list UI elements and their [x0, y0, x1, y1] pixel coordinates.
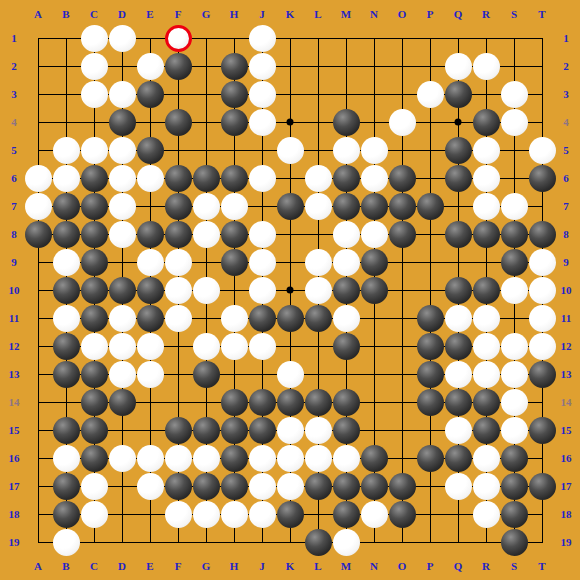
intersection-R4[interactable] [472, 108, 500, 136]
intersection-P6[interactable] [416, 164, 444, 192]
intersection-K19[interactable] [276, 528, 304, 556]
intersection-J18[interactable] [248, 500, 276, 528]
intersection-D8[interactable] [108, 220, 136, 248]
intersection-F2[interactable] [164, 52, 192, 80]
intersection-L4[interactable] [304, 108, 332, 136]
intersection-N10[interactable] [360, 276, 388, 304]
intersection-P3[interactable] [416, 80, 444, 108]
intersection-B19[interactable] [52, 528, 80, 556]
intersection-S5[interactable] [500, 136, 528, 164]
intersection-J9[interactable] [248, 248, 276, 276]
intersection-J19[interactable] [248, 528, 276, 556]
intersection-B14[interactable] [52, 388, 80, 416]
intersection-M12[interactable] [332, 332, 360, 360]
intersection-O4[interactable] [388, 108, 416, 136]
intersection-B7[interactable] [52, 192, 80, 220]
intersection-O18[interactable] [388, 500, 416, 528]
intersection-P1[interactable] [416, 24, 444, 52]
intersection-D1[interactable] [108, 24, 136, 52]
intersection-G10[interactable] [192, 276, 220, 304]
intersection-K8[interactable] [276, 220, 304, 248]
intersection-G17[interactable] [192, 472, 220, 500]
intersection-H11[interactable] [220, 304, 248, 332]
intersection-F5[interactable] [164, 136, 192, 164]
intersection-K10[interactable] [276, 276, 304, 304]
intersection-F4[interactable] [164, 108, 192, 136]
intersection-T17[interactable] [528, 472, 556, 500]
intersection-H19[interactable] [220, 528, 248, 556]
intersection-A13[interactable] [24, 360, 52, 388]
intersection-R12[interactable] [472, 332, 500, 360]
intersection-T14[interactable] [528, 388, 556, 416]
intersection-F9[interactable] [164, 248, 192, 276]
intersection-C6[interactable] [80, 164, 108, 192]
intersection-K14[interactable] [276, 388, 304, 416]
intersection-N5[interactable] [360, 136, 388, 164]
intersection-T10[interactable] [528, 276, 556, 304]
intersection-A11[interactable] [24, 304, 52, 332]
intersection-E14[interactable] [136, 388, 164, 416]
intersection-P19[interactable] [416, 528, 444, 556]
intersection-L5[interactable] [304, 136, 332, 164]
intersection-A7[interactable] [24, 192, 52, 220]
intersection-S6[interactable] [500, 164, 528, 192]
intersection-S7[interactable] [500, 192, 528, 220]
intersection-O2[interactable] [388, 52, 416, 80]
intersection-O6[interactable] [388, 164, 416, 192]
intersection-T7[interactable] [528, 192, 556, 220]
intersection-M17[interactable] [332, 472, 360, 500]
intersection-P16[interactable] [416, 444, 444, 472]
intersection-F15[interactable] [164, 416, 192, 444]
intersection-E2[interactable] [136, 52, 164, 80]
intersection-A12[interactable] [24, 332, 52, 360]
intersection-P15[interactable] [416, 416, 444, 444]
intersection-E5[interactable] [136, 136, 164, 164]
intersection-H6[interactable] [220, 164, 248, 192]
intersection-E15[interactable] [136, 416, 164, 444]
intersection-O15[interactable] [388, 416, 416, 444]
intersection-Q6[interactable] [444, 164, 472, 192]
intersection-J4[interactable] [248, 108, 276, 136]
intersection-F17[interactable] [164, 472, 192, 500]
intersection-Q11[interactable] [444, 304, 472, 332]
intersection-E18[interactable] [136, 500, 164, 528]
intersection-K3[interactable] [276, 80, 304, 108]
intersection-F16[interactable] [164, 444, 192, 472]
intersection-N13[interactable] [360, 360, 388, 388]
intersection-L12[interactable] [304, 332, 332, 360]
intersection-A16[interactable] [24, 444, 52, 472]
intersection-E19[interactable] [136, 528, 164, 556]
intersection-B10[interactable] [52, 276, 80, 304]
intersection-K12[interactable] [276, 332, 304, 360]
intersection-D6[interactable] [108, 164, 136, 192]
intersection-T4[interactable] [528, 108, 556, 136]
intersection-B5[interactable] [52, 136, 80, 164]
intersection-N12[interactable] [360, 332, 388, 360]
intersection-Q15[interactable] [444, 416, 472, 444]
intersection-N8[interactable] [360, 220, 388, 248]
intersection-L18[interactable] [304, 500, 332, 528]
intersection-N1[interactable] [360, 24, 388, 52]
intersection-C10[interactable] [80, 276, 108, 304]
intersection-A15[interactable] [24, 416, 52, 444]
intersection-K5[interactable] [276, 136, 304, 164]
intersection-G9[interactable] [192, 248, 220, 276]
intersection-Q12[interactable] [444, 332, 472, 360]
intersection-H5[interactable] [220, 136, 248, 164]
intersection-D5[interactable] [108, 136, 136, 164]
intersection-D7[interactable] [108, 192, 136, 220]
intersection-N6[interactable] [360, 164, 388, 192]
intersection-J12[interactable] [248, 332, 276, 360]
intersection-G4[interactable] [192, 108, 220, 136]
intersection-J5[interactable] [248, 136, 276, 164]
intersection-G15[interactable] [192, 416, 220, 444]
intersection-M14[interactable] [332, 388, 360, 416]
intersection-E1[interactable] [136, 24, 164, 52]
intersection-B12[interactable] [52, 332, 80, 360]
intersection-H9[interactable] [220, 248, 248, 276]
intersection-D9[interactable] [108, 248, 136, 276]
intersection-M11[interactable] [332, 304, 360, 332]
intersection-K7[interactable] [276, 192, 304, 220]
intersection-M8[interactable] [332, 220, 360, 248]
intersection-E8[interactable] [136, 220, 164, 248]
intersection-Q8[interactable] [444, 220, 472, 248]
intersection-R9[interactable] [472, 248, 500, 276]
intersection-N16[interactable] [360, 444, 388, 472]
intersection-D11[interactable] [108, 304, 136, 332]
intersection-E10[interactable] [136, 276, 164, 304]
intersection-R13[interactable] [472, 360, 500, 388]
intersection-F8[interactable] [164, 220, 192, 248]
intersection-T2[interactable] [528, 52, 556, 80]
intersection-D2[interactable] [108, 52, 136, 80]
intersection-K9[interactable] [276, 248, 304, 276]
intersection-G19[interactable] [192, 528, 220, 556]
intersection-B3[interactable] [52, 80, 80, 108]
intersection-Q17[interactable] [444, 472, 472, 500]
intersection-F11[interactable] [164, 304, 192, 332]
intersection-K16[interactable] [276, 444, 304, 472]
intersection-N3[interactable] [360, 80, 388, 108]
intersection-L6[interactable] [304, 164, 332, 192]
intersection-O19[interactable] [388, 528, 416, 556]
intersection-G16[interactable] [192, 444, 220, 472]
intersection-N11[interactable] [360, 304, 388, 332]
intersection-O16[interactable] [388, 444, 416, 472]
intersection-L17[interactable] [304, 472, 332, 500]
intersection-T1[interactable] [528, 24, 556, 52]
intersection-S1[interactable] [500, 24, 528, 52]
intersection-S16[interactable] [500, 444, 528, 472]
intersection-G1[interactable] [192, 24, 220, 52]
intersection-H16[interactable] [220, 444, 248, 472]
intersection-C1[interactable] [80, 24, 108, 52]
intersection-D10[interactable] [108, 276, 136, 304]
intersection-J14[interactable] [248, 388, 276, 416]
intersection-R18[interactable] [472, 500, 500, 528]
intersection-M7[interactable] [332, 192, 360, 220]
intersection-P17[interactable] [416, 472, 444, 500]
intersection-B16[interactable] [52, 444, 80, 472]
intersection-E17[interactable] [136, 472, 164, 500]
intersection-H8[interactable] [220, 220, 248, 248]
intersection-K15[interactable] [276, 416, 304, 444]
intersection-M18[interactable] [332, 500, 360, 528]
intersection-B2[interactable] [52, 52, 80, 80]
intersection-B6[interactable] [52, 164, 80, 192]
intersection-L7[interactable] [304, 192, 332, 220]
intersection-S10[interactable] [500, 276, 528, 304]
intersection-R16[interactable] [472, 444, 500, 472]
intersection-G11[interactable] [192, 304, 220, 332]
intersection-R15[interactable] [472, 416, 500, 444]
intersection-S19[interactable] [500, 528, 528, 556]
intersection-B15[interactable] [52, 416, 80, 444]
intersection-C5[interactable] [80, 136, 108, 164]
intersection-T18[interactable] [528, 500, 556, 528]
intersection-O7[interactable] [388, 192, 416, 220]
intersection-T16[interactable] [528, 444, 556, 472]
intersection-H1[interactable] [220, 24, 248, 52]
intersection-R11[interactable] [472, 304, 500, 332]
intersection-C12[interactable] [80, 332, 108, 360]
intersection-B18[interactable] [52, 500, 80, 528]
intersection-A4[interactable] [24, 108, 52, 136]
intersection-H15[interactable] [220, 416, 248, 444]
intersection-L15[interactable] [304, 416, 332, 444]
intersection-K2[interactable] [276, 52, 304, 80]
intersection-H12[interactable] [220, 332, 248, 360]
intersection-E6[interactable] [136, 164, 164, 192]
intersection-D19[interactable] [108, 528, 136, 556]
intersection-R8[interactable] [472, 220, 500, 248]
intersection-M10[interactable] [332, 276, 360, 304]
intersection-Q9[interactable] [444, 248, 472, 276]
intersection-H17[interactable] [220, 472, 248, 500]
intersection-J11[interactable] [248, 304, 276, 332]
intersection-P5[interactable] [416, 136, 444, 164]
intersection-R17[interactable] [472, 472, 500, 500]
intersection-L14[interactable] [304, 388, 332, 416]
intersection-T3[interactable] [528, 80, 556, 108]
intersection-R10[interactable] [472, 276, 500, 304]
intersection-N19[interactable] [360, 528, 388, 556]
intersection-A2[interactable] [24, 52, 52, 80]
intersection-F10[interactable] [164, 276, 192, 304]
intersection-A6[interactable] [24, 164, 52, 192]
intersection-A18[interactable] [24, 500, 52, 528]
intersection-O3[interactable] [388, 80, 416, 108]
intersection-C11[interactable] [80, 304, 108, 332]
intersection-K1[interactable] [276, 24, 304, 52]
intersection-T19[interactable] [528, 528, 556, 556]
intersection-C17[interactable] [80, 472, 108, 500]
intersection-O1[interactable] [388, 24, 416, 52]
intersection-A19[interactable] [24, 528, 52, 556]
intersection-O9[interactable] [388, 248, 416, 276]
intersection-C14[interactable] [80, 388, 108, 416]
intersection-R6[interactable] [472, 164, 500, 192]
intersection-C13[interactable] [80, 360, 108, 388]
intersection-C18[interactable] [80, 500, 108, 528]
intersection-S14[interactable] [500, 388, 528, 416]
intersection-Q4[interactable] [444, 108, 472, 136]
intersection-Q13[interactable] [444, 360, 472, 388]
intersection-M2[interactable] [332, 52, 360, 80]
intersection-R1[interactable] [472, 24, 500, 52]
intersection-H13[interactable] [220, 360, 248, 388]
intersection-R3[interactable] [472, 80, 500, 108]
intersection-J2[interactable] [248, 52, 276, 80]
intersection-K13[interactable] [276, 360, 304, 388]
intersection-S17[interactable] [500, 472, 528, 500]
intersection-F18[interactable] [164, 500, 192, 528]
intersection-N2[interactable] [360, 52, 388, 80]
intersection-T8[interactable] [528, 220, 556, 248]
intersection-P12[interactable] [416, 332, 444, 360]
intersection-M1[interactable] [332, 24, 360, 52]
intersection-Q19[interactable] [444, 528, 472, 556]
intersection-L9[interactable] [304, 248, 332, 276]
intersection-R19[interactable] [472, 528, 500, 556]
intersection-C4[interactable] [80, 108, 108, 136]
intersection-P11[interactable] [416, 304, 444, 332]
intersection-P4[interactable] [416, 108, 444, 136]
intersection-F3[interactable] [164, 80, 192, 108]
intersection-S3[interactable] [500, 80, 528, 108]
intersection-N17[interactable] [360, 472, 388, 500]
intersection-B8[interactable] [52, 220, 80, 248]
intersection-E9[interactable] [136, 248, 164, 276]
intersection-T6[interactable] [528, 164, 556, 192]
intersection-M9[interactable] [332, 248, 360, 276]
intersection-R2[interactable] [472, 52, 500, 80]
intersection-R5[interactable] [472, 136, 500, 164]
intersection-M6[interactable] [332, 164, 360, 192]
intersection-J6[interactable] [248, 164, 276, 192]
intersection-L2[interactable] [304, 52, 332, 80]
intersection-L1[interactable] [304, 24, 332, 52]
intersection-T11[interactable] [528, 304, 556, 332]
intersection-S15[interactable] [500, 416, 528, 444]
intersection-P7[interactable] [416, 192, 444, 220]
intersection-M5[interactable] [332, 136, 360, 164]
intersection-P9[interactable] [416, 248, 444, 276]
intersection-O12[interactable] [388, 332, 416, 360]
intersection-R14[interactable] [472, 388, 500, 416]
intersection-Q5[interactable] [444, 136, 472, 164]
intersection-C16[interactable] [80, 444, 108, 472]
intersection-T15[interactable] [528, 416, 556, 444]
intersection-K11[interactable] [276, 304, 304, 332]
intersection-A1[interactable] [24, 24, 52, 52]
intersection-T9[interactable] [528, 248, 556, 276]
intersection-S2[interactable] [500, 52, 528, 80]
intersection-O8[interactable] [388, 220, 416, 248]
intersection-A8[interactable] [24, 220, 52, 248]
intersection-Q16[interactable] [444, 444, 472, 472]
intersection-J15[interactable] [248, 416, 276, 444]
intersection-C15[interactable] [80, 416, 108, 444]
intersection-G3[interactable] [192, 80, 220, 108]
intersection-P2[interactable] [416, 52, 444, 80]
go-board[interactable]: AABBCCDDEEFFGGHHJJKKLLMMNNOOPPQQRRSSTT11… [0, 0, 580, 580]
intersection-L16[interactable] [304, 444, 332, 472]
intersection-S4[interactable] [500, 108, 528, 136]
intersection-H14[interactable] [220, 388, 248, 416]
intersection-J1[interactable] [248, 24, 276, 52]
intersection-Q18[interactable] [444, 500, 472, 528]
intersection-T5[interactable] [528, 136, 556, 164]
intersection-N4[interactable] [360, 108, 388, 136]
intersection-J13[interactable] [248, 360, 276, 388]
intersection-F6[interactable] [164, 164, 192, 192]
intersection-Q3[interactable] [444, 80, 472, 108]
intersection-J7[interactable] [248, 192, 276, 220]
intersection-K4[interactable] [276, 108, 304, 136]
intersection-M16[interactable] [332, 444, 360, 472]
intersection-L3[interactable] [304, 80, 332, 108]
intersection-A10[interactable] [24, 276, 52, 304]
intersection-F13[interactable] [164, 360, 192, 388]
intersection-L10[interactable] [304, 276, 332, 304]
intersection-J16[interactable] [248, 444, 276, 472]
intersection-M19[interactable] [332, 528, 360, 556]
intersection-M4[interactable] [332, 108, 360, 136]
intersection-E3[interactable] [136, 80, 164, 108]
intersection-A5[interactable] [24, 136, 52, 164]
intersection-L11[interactable] [304, 304, 332, 332]
intersection-B4[interactable] [52, 108, 80, 136]
intersection-B13[interactable] [52, 360, 80, 388]
intersection-T12[interactable] [528, 332, 556, 360]
intersection-H4[interactable] [220, 108, 248, 136]
intersection-Q7[interactable] [444, 192, 472, 220]
intersection-Q2[interactable] [444, 52, 472, 80]
intersection-K6[interactable] [276, 164, 304, 192]
intersection-D18[interactable] [108, 500, 136, 528]
intersection-J3[interactable] [248, 80, 276, 108]
intersection-E7[interactable] [136, 192, 164, 220]
intersection-H3[interactable] [220, 80, 248, 108]
intersection-C8[interactable] [80, 220, 108, 248]
intersection-G2[interactable] [192, 52, 220, 80]
intersection-J10[interactable] [248, 276, 276, 304]
intersection-P10[interactable] [416, 276, 444, 304]
intersection-E16[interactable] [136, 444, 164, 472]
intersection-C19[interactable] [80, 528, 108, 556]
intersection-M13[interactable] [332, 360, 360, 388]
intersection-P13[interactable] [416, 360, 444, 388]
intersection-S18[interactable] [500, 500, 528, 528]
intersection-D15[interactable] [108, 416, 136, 444]
intersection-Q10[interactable] [444, 276, 472, 304]
intersection-D4[interactable] [108, 108, 136, 136]
intersection-O11[interactable] [388, 304, 416, 332]
intersection-L8[interactable] [304, 220, 332, 248]
intersection-G14[interactable] [192, 388, 220, 416]
intersection-A9[interactable] [24, 248, 52, 276]
intersection-J8[interactable] [248, 220, 276, 248]
intersection-D17[interactable] [108, 472, 136, 500]
intersection-B9[interactable] [52, 248, 80, 276]
intersection-F7[interactable] [164, 192, 192, 220]
intersection-A14[interactable] [24, 388, 52, 416]
